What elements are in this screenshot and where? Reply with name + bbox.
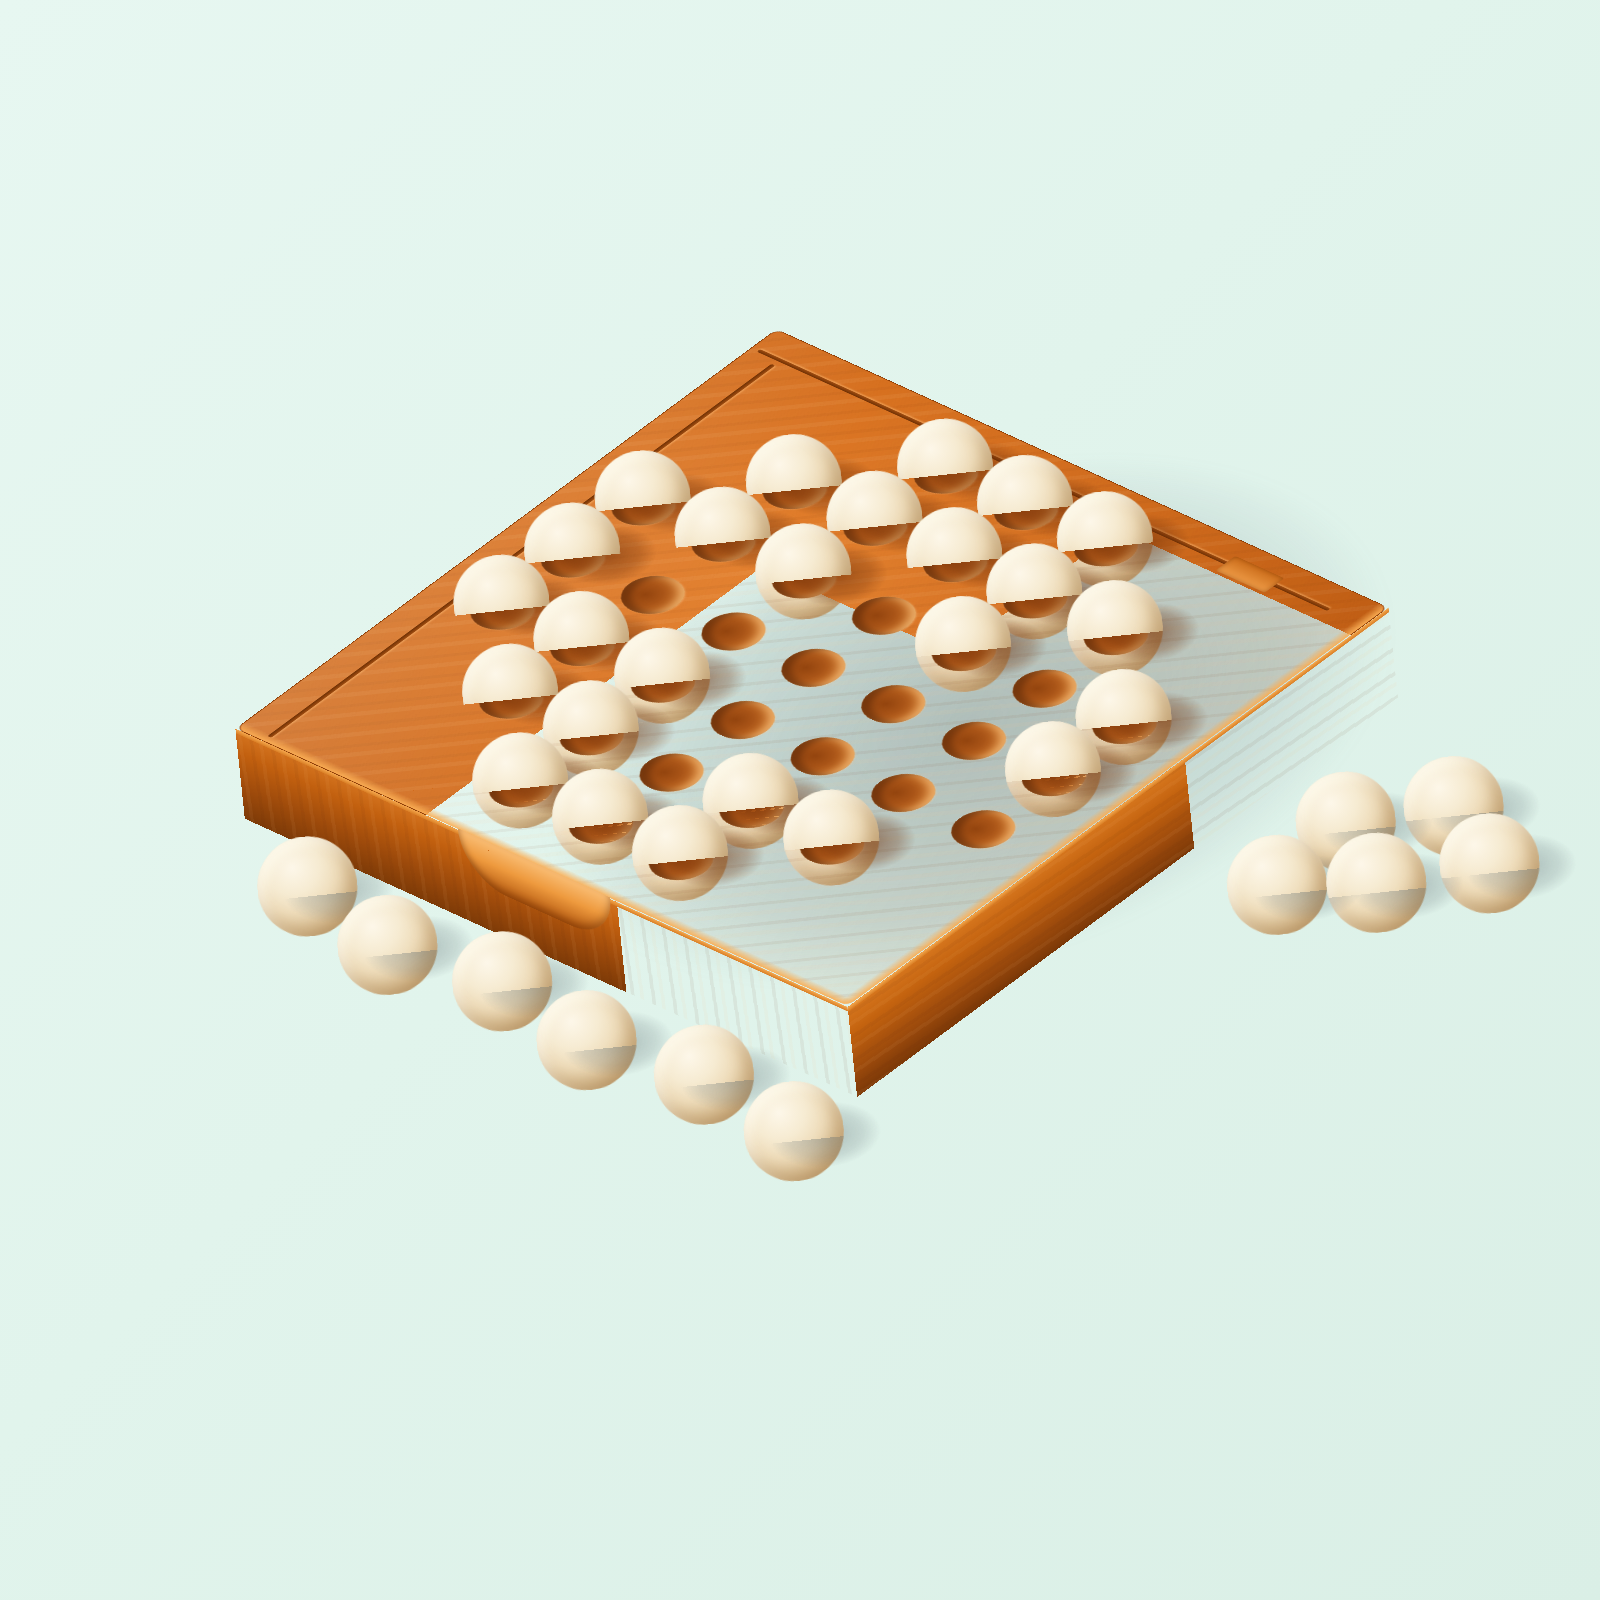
spare-ball-left-6[interactable] [739, 1076, 849, 1186]
stage-3d [0, 0, 1600, 1600]
solitaire-box [235, 329, 1388, 1007]
product-photo-scene [0, 0, 1600, 1600]
spare-ball-left-2[interactable] [333, 890, 443, 1000]
